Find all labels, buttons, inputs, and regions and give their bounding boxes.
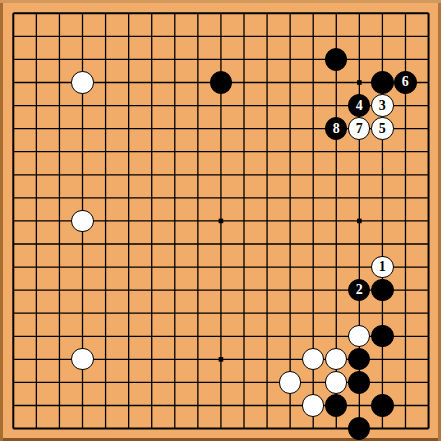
black-stone[interactable] bbox=[371, 325, 394, 348]
move-number: 2 bbox=[356, 283, 363, 297]
move-number: 8 bbox=[333, 121, 340, 135]
move-number: 7 bbox=[356, 121, 363, 135]
move-8-black-stone[interactable]: 8 bbox=[325, 117, 348, 140]
black-stone[interactable] bbox=[371, 394, 394, 417]
black-stone[interactable] bbox=[348, 348, 371, 371]
white-stone[interactable] bbox=[302, 394, 325, 417]
go-board[interactable]: 64387512 bbox=[0, 0, 441, 441]
move-6-black-stone[interactable]: 6 bbox=[394, 71, 417, 94]
white-stone[interactable] bbox=[71, 348, 94, 371]
white-stone[interactable] bbox=[325, 348, 348, 371]
move-4-black-stone[interactable]: 4 bbox=[348, 94, 371, 117]
move-2-black-stone[interactable]: 2 bbox=[348, 279, 371, 302]
white-stone[interactable] bbox=[348, 325, 371, 348]
move-3-white-stone[interactable]: 3 bbox=[371, 94, 394, 117]
move-7-white-stone[interactable]: 7 bbox=[348, 117, 371, 140]
black-stone[interactable] bbox=[325, 48, 348, 71]
move-number: 5 bbox=[379, 121, 386, 135]
move-number: 4 bbox=[356, 98, 363, 112]
move-1-white-stone[interactable]: 1 bbox=[371, 256, 394, 279]
move-number: 3 bbox=[379, 98, 386, 112]
black-stone[interactable] bbox=[371, 279, 394, 302]
black-stone[interactable] bbox=[348, 371, 371, 394]
black-stone[interactable] bbox=[325, 394, 348, 417]
move-number: 6 bbox=[402, 75, 409, 89]
white-stone[interactable] bbox=[71, 210, 94, 233]
white-stone[interactable] bbox=[325, 371, 348, 394]
move-number: 1 bbox=[379, 259, 386, 273]
black-stone[interactable] bbox=[348, 417, 371, 440]
move-5-white-stone[interactable]: 5 bbox=[371, 117, 394, 140]
black-stone[interactable] bbox=[210, 71, 233, 94]
stone-layer: 64387512 bbox=[2, 2, 440, 440]
black-stone[interactable] bbox=[371, 71, 394, 94]
white-stone[interactable] bbox=[71, 71, 94, 94]
white-stone[interactable] bbox=[302, 348, 325, 371]
white-stone[interactable] bbox=[279, 371, 302, 394]
